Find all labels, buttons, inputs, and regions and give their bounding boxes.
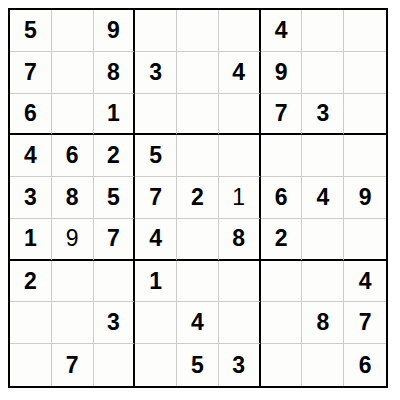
cell-r3c8[interactable]: 3 xyxy=(302,94,344,136)
cell-r6c7[interactable]: 2 xyxy=(261,219,303,261)
cell-r7c2[interactable] xyxy=(52,261,94,303)
given-digit: 7 xyxy=(66,354,79,377)
given-digit: 8 xyxy=(66,186,79,209)
cell-r8c8[interactable]: 8 xyxy=(302,302,344,344)
cell-r1c7[interactable]: 4 xyxy=(261,10,303,52)
cell-r4c6[interactable] xyxy=(219,135,261,177)
cell-r6c4[interactable]: 4 xyxy=(135,219,177,261)
cell-r9c4[interactable] xyxy=(135,344,177,386)
cell-r2c6[interactable]: 4 xyxy=(219,52,261,94)
cell-r9c5[interactable]: 5 xyxy=(177,344,219,386)
cell-r2c5[interactable] xyxy=(177,52,219,94)
cell-r5c6[interactable]: 1 xyxy=(219,177,261,219)
given-digit: 4 xyxy=(359,270,372,293)
cell-r4c9[interactable] xyxy=(344,135,386,177)
cell-r7c9[interactable]: 4 xyxy=(344,261,386,303)
cell-r6c5[interactable] xyxy=(177,219,219,261)
cell-r6c1[interactable]: 1 xyxy=(10,219,52,261)
cell-r2c4[interactable]: 3 xyxy=(135,52,177,94)
given-digit: 4 xyxy=(275,19,288,42)
cell-r6c8[interactable] xyxy=(302,219,344,261)
given-digit: 5 xyxy=(191,354,204,377)
cell-r9c8[interactable] xyxy=(302,344,344,386)
cell-r5c9[interactable]: 9 xyxy=(344,177,386,219)
cell-r8c2[interactable] xyxy=(52,302,94,344)
given-digit: 2 xyxy=(107,144,120,167)
entered-digit: 9 xyxy=(66,227,79,250)
cell-r2c1[interactable]: 7 xyxy=(10,52,52,94)
cell-r3c4[interactable] xyxy=(135,94,177,136)
cell-r8c7[interactable] xyxy=(261,302,303,344)
given-digit: 8 xyxy=(316,311,329,334)
given-digit: 7 xyxy=(107,227,120,250)
given-digit: 8 xyxy=(107,61,120,84)
given-digit: 2 xyxy=(24,270,37,293)
cell-r9c3[interactable] xyxy=(94,344,136,386)
cell-r8c1[interactable] xyxy=(10,302,52,344)
given-digit: 4 xyxy=(316,186,329,209)
cell-r3c1[interactable]: 6 xyxy=(10,94,52,136)
given-digit: 1 xyxy=(149,270,162,293)
cell-r1c3[interactable]: 9 xyxy=(94,10,136,52)
cell-r5c5[interactable]: 2 xyxy=(177,177,219,219)
given-digit: 6 xyxy=(66,144,79,167)
cell-r1c9[interactable] xyxy=(344,10,386,52)
cell-r9c7[interactable] xyxy=(261,344,303,386)
cell-r1c6[interactable] xyxy=(219,10,261,52)
sudoku-page: 5947834961734625385721649197482214348775… xyxy=(0,0,400,400)
given-digit: 3 xyxy=(107,311,120,334)
given-digit: 3 xyxy=(149,61,162,84)
cell-r8c9[interactable]: 7 xyxy=(344,302,386,344)
given-digit: 8 xyxy=(232,227,245,250)
given-digit: 6 xyxy=(359,354,372,377)
cell-r1c4[interactable] xyxy=(135,10,177,52)
given-digit: 2 xyxy=(191,186,204,209)
cell-r7c5[interactable] xyxy=(177,261,219,303)
cell-r9c6[interactable]: 3 xyxy=(219,344,261,386)
cell-r3c5[interactable] xyxy=(177,94,219,136)
cell-r4c1[interactable]: 4 xyxy=(10,135,52,177)
cell-r6c3[interactable]: 7 xyxy=(94,219,136,261)
cell-r3c7[interactable]: 7 xyxy=(261,94,303,136)
cell-r3c2[interactable] xyxy=(52,94,94,136)
cell-r8c4[interactable] xyxy=(135,302,177,344)
cell-r1c5[interactable] xyxy=(177,10,219,52)
given-digit: 7 xyxy=(359,311,372,334)
cell-r5c3[interactable]: 5 xyxy=(94,177,136,219)
cell-r9c2[interactable]: 7 xyxy=(52,344,94,386)
given-digit: 5 xyxy=(107,186,120,209)
given-digit: 4 xyxy=(191,311,204,334)
given-digit: 6 xyxy=(24,102,37,125)
cell-r8c6[interactable] xyxy=(219,302,261,344)
cell-r7c8[interactable] xyxy=(302,261,344,303)
given-digit: 2 xyxy=(275,227,288,250)
cell-r9c9[interactable]: 6 xyxy=(344,344,386,386)
given-digit: 7 xyxy=(24,61,37,84)
cell-r6c6[interactable]: 8 xyxy=(219,219,261,261)
sudoku-board: 5947834961734625385721649197482214348775… xyxy=(8,8,388,388)
cell-r3c6[interactable] xyxy=(219,94,261,136)
given-digit: 9 xyxy=(107,19,120,42)
cell-r2c7[interactable]: 9 xyxy=(261,52,303,94)
given-digit: 1 xyxy=(107,102,120,125)
given-digit: 9 xyxy=(275,61,288,84)
cell-r4c5[interactable] xyxy=(177,135,219,177)
cell-r3c3[interactable]: 1 xyxy=(94,94,136,136)
given-digit: 5 xyxy=(149,144,162,167)
cell-r4c7[interactable] xyxy=(261,135,303,177)
cell-r4c4[interactable]: 5 xyxy=(135,135,177,177)
cell-r4c8[interactable] xyxy=(302,135,344,177)
cell-r6c2[interactable]: 9 xyxy=(52,219,94,261)
cell-r3c9[interactable] xyxy=(344,94,386,136)
cell-r2c3[interactable]: 8 xyxy=(94,52,136,94)
cell-r2c2[interactable] xyxy=(52,52,94,94)
cell-r5c4[interactable]: 7 xyxy=(135,177,177,219)
cell-r4c2[interactable]: 6 xyxy=(52,135,94,177)
cell-r2c8[interactable] xyxy=(302,52,344,94)
cell-r1c2[interactable] xyxy=(52,10,94,52)
cell-r4c3[interactable]: 2 xyxy=(94,135,136,177)
given-digit: 3 xyxy=(232,354,245,377)
given-digit: 4 xyxy=(149,227,162,250)
cell-r7c7[interactable] xyxy=(261,261,303,303)
cell-r9c1[interactable] xyxy=(10,344,52,386)
cell-r8c5[interactable]: 4 xyxy=(177,302,219,344)
given-digit: 1 xyxy=(24,227,37,250)
given-digit: 3 xyxy=(24,186,37,209)
cell-r2c9[interactable] xyxy=(344,52,386,94)
given-digit: 6 xyxy=(275,186,288,209)
cell-r6c9[interactable] xyxy=(344,219,386,261)
given-digit: 3 xyxy=(316,102,329,125)
cell-r7c1[interactable]: 2 xyxy=(10,261,52,303)
cell-r7c3[interactable] xyxy=(94,261,136,303)
given-digit: 4 xyxy=(232,61,245,84)
cell-r1c1[interactable]: 5 xyxy=(10,10,52,52)
given-digit: 7 xyxy=(149,186,162,209)
cell-r5c2[interactable]: 8 xyxy=(52,177,94,219)
cell-r7c4[interactable]: 1 xyxy=(135,261,177,303)
cell-r5c7[interactable]: 6 xyxy=(261,177,303,219)
cell-r1c8[interactable] xyxy=(302,10,344,52)
cell-r5c8[interactable]: 4 xyxy=(302,177,344,219)
cell-r5c1[interactable]: 3 xyxy=(10,177,52,219)
cell-r7c6[interactable] xyxy=(219,261,261,303)
given-digit: 5 xyxy=(24,19,37,42)
cell-r8c3[interactable]: 3 xyxy=(94,302,136,344)
entered-digit: 1 xyxy=(232,186,245,209)
given-digit: 4 xyxy=(24,144,37,167)
given-digit: 7 xyxy=(275,102,288,125)
given-digit: 9 xyxy=(359,186,372,209)
